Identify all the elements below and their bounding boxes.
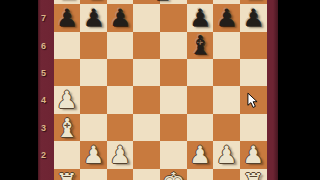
- square-h2[interactable]: [240, 141, 267, 168]
- square-h3[interactable]: [240, 114, 267, 141]
- square-e2[interactable]: [160, 141, 187, 168]
- square-g1[interactable]: [213, 169, 240, 180]
- square-d1[interactable]: [133, 169, 160, 180]
- square-g3[interactable]: [213, 114, 240, 141]
- square-e4[interactable]: [160, 86, 187, 113]
- rank-label-5: 5: [36, 68, 51, 78]
- square-d2[interactable]: [133, 141, 160, 168]
- square-f6[interactable]: [187, 32, 214, 59]
- square-f3[interactable]: [187, 114, 214, 141]
- square-b6[interactable]: [80, 32, 107, 59]
- square-e6[interactable]: [160, 32, 187, 59]
- square-c5[interactable]: [107, 59, 134, 86]
- square-c4[interactable]: [107, 86, 134, 113]
- square-c6[interactable]: [107, 32, 134, 59]
- square-g2[interactable]: [213, 141, 240, 168]
- rank-label-3: 3: [36, 123, 51, 133]
- square-d3[interactable]: [133, 114, 160, 141]
- square-g5[interactable]: [213, 59, 240, 86]
- square-e1[interactable]: [160, 169, 187, 180]
- square-g4[interactable]: [213, 86, 240, 113]
- square-e5[interactable]: [160, 59, 187, 86]
- rank-label-6: 6: [36, 41, 51, 51]
- chess-board-screenshot: ♜♞♚♜♟♟♟♟♟♟♝♟♝♟♟♟♟♟♜♚♜ 765432: [0, 0, 320, 180]
- square-a3[interactable]: [54, 114, 81, 141]
- square-c1[interactable]: [107, 169, 134, 180]
- chess-board: [54, 0, 267, 180]
- square-b1[interactable]: [80, 169, 107, 180]
- rank-label-7: 7: [36, 13, 51, 23]
- square-d7[interactable]: [133, 4, 160, 31]
- rank-label-4: 4: [36, 95, 51, 105]
- square-b5[interactable]: [80, 59, 107, 86]
- square-f4[interactable]: [187, 86, 214, 113]
- square-f1[interactable]: [187, 169, 214, 180]
- square-g6[interactable]: [213, 32, 240, 59]
- square-a1[interactable]: [54, 169, 81, 180]
- square-a4[interactable]: [54, 86, 81, 113]
- square-b4[interactable]: [80, 86, 107, 113]
- square-f5[interactable]: [187, 59, 214, 86]
- square-a2[interactable]: [54, 141, 81, 168]
- square-h5[interactable]: [240, 59, 267, 86]
- square-a6[interactable]: [54, 32, 81, 59]
- board-frame-right: [267, 0, 279, 180]
- square-b3[interactable]: [80, 114, 107, 141]
- square-d6[interactable]: [133, 32, 160, 59]
- square-c7[interactable]: [107, 4, 134, 31]
- square-a7[interactable]: [54, 4, 81, 31]
- square-h1[interactable]: [240, 169, 267, 180]
- mouse-cursor-icon: [247, 92, 258, 109]
- square-g7[interactable]: [213, 4, 240, 31]
- square-c2[interactable]: [107, 141, 134, 168]
- square-f7[interactable]: [187, 4, 214, 31]
- square-a5[interactable]: [54, 59, 81, 86]
- square-h6[interactable]: [240, 32, 267, 59]
- square-d4[interactable]: [133, 86, 160, 113]
- square-d5[interactable]: [133, 59, 160, 86]
- rank-label-2: 2: [36, 150, 51, 160]
- square-f2[interactable]: [187, 141, 214, 168]
- square-h7[interactable]: [240, 4, 267, 31]
- square-b2[interactable]: [80, 141, 107, 168]
- square-e3[interactable]: [160, 114, 187, 141]
- square-c3[interactable]: [107, 114, 134, 141]
- square-e7[interactable]: [160, 4, 187, 31]
- square-b7[interactable]: [80, 4, 107, 31]
